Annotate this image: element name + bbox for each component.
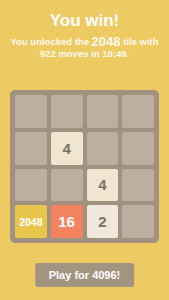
- empty-cell: [122, 169, 154, 202]
- win-subtitle-line1: You unlocked the 2048 tile with: [0, 36, 169, 48]
- win-subtitle-prefix: You unlocked the: [10, 36, 88, 47]
- tile-16: 16: [51, 205, 83, 238]
- win-title: You win!: [0, 0, 169, 31]
- empty-cell: [122, 132, 154, 165]
- empty-cell: [122, 95, 154, 128]
- win-subtitle-line2: 922 moves in 10:49.: [0, 48, 169, 60]
- empty-cell: [15, 169, 47, 202]
- empty-cell: [87, 95, 119, 128]
- tile-4: 4: [51, 132, 83, 165]
- win-screen: You win! You unlocked the 2048 tile with…: [0, 0, 169, 300]
- play-next-button[interactable]: Play for 4096!: [35, 263, 135, 287]
- tile-2048: 2048: [15, 205, 47, 238]
- tile-4: 4: [87, 169, 119, 202]
- tile-2: 2: [87, 205, 119, 238]
- empty-cell: [51, 95, 83, 128]
- empty-cell: [15, 95, 47, 128]
- empty-cell: [122, 205, 154, 238]
- win-subtitle: You unlocked the 2048 tile with 922 move…: [0, 36, 169, 60]
- empty-cell: [15, 132, 47, 165]
- win-subtitle-mid: tile with: [123, 36, 158, 47]
- empty-cell: [51, 169, 83, 202]
- empty-cell: [87, 132, 119, 165]
- game-board[interactable]: 442048162: [10, 90, 159, 243]
- win-subtitle-tile-value: 2048: [92, 34, 121, 49]
